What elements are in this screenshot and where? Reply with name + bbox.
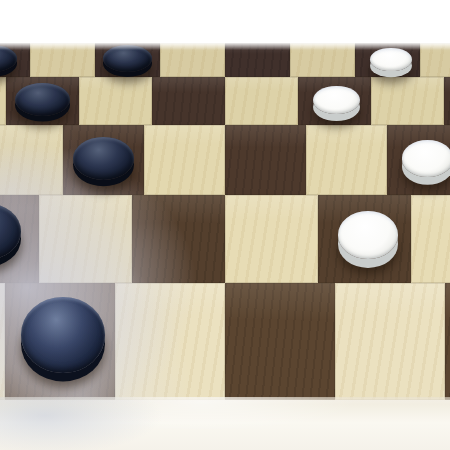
square-r1c7-dark[interactable] [444, 77, 450, 125]
square-r4c2-dark[interactable] [5, 283, 115, 400]
square-r2c3-light[interactable] [144, 125, 225, 195]
square-r2c6-dark[interactable] [387, 125, 450, 195]
square-r2c1-light[interactable] [0, 125, 63, 195]
board-row-0 [0, 43, 450, 77]
square-r1c4-light[interactable] [225, 77, 298, 125]
white-piece-r2c6[interactable] [402, 140, 450, 176]
checkers-board [0, 0, 450, 450]
black-piece-r2c2[interactable] [73, 137, 135, 180]
square-r4c3-light[interactable] [115, 283, 225, 400]
white-piece-r3c5[interactable] [338, 211, 398, 259]
square-r3c6-light[interactable] [411, 195, 450, 283]
square-r0c4-dark[interactable] [225, 43, 290, 77]
black-piece-r0c2[interactable] [103, 45, 152, 72]
board-row-3 [0, 195, 450, 283]
square-r1c5-dark[interactable] [298, 77, 371, 125]
square-r0c0-dark[interactable] [0, 43, 30, 77]
white-piece-r1c5[interactable] [313, 86, 360, 114]
board-row-4 [0, 283, 450, 400]
square-r3c4-light[interactable] [225, 195, 318, 283]
black-piece-r0c0[interactable] [0, 45, 17, 72]
white-piece-r0c6[interactable] [370, 48, 412, 71]
board-photo [0, 0, 450, 450]
square-r1c1-dark[interactable] [6, 77, 79, 125]
square-r2c4-dark[interactable] [225, 125, 306, 195]
square-r1c6-light[interactable] [371, 77, 444, 125]
board-row-1 [0, 77, 450, 125]
black-piece-r4c2[interactable] [21, 297, 105, 372]
black-piece-r3c1[interactable] [0, 203, 21, 260]
square-r2c5-light[interactable] [306, 125, 387, 195]
black-piece-r1c1[interactable] [15, 83, 70, 116]
square-r3c5-dark[interactable] [318, 195, 411, 283]
square-r1c2-light[interactable] [79, 77, 152, 125]
square-r4c4-dark[interactable] [225, 283, 335, 400]
square-r0c5-light[interactable] [290, 43, 355, 77]
square-r4c6-dark[interactable] [445, 283, 450, 400]
square-r3c1-dark[interactable] [0, 195, 39, 283]
square-r0c2-dark[interactable] [95, 43, 160, 77]
square-r0c6-dark[interactable] [355, 43, 420, 77]
square-r1c3-dark[interactable] [152, 77, 225, 125]
square-r4c5-light[interactable] [335, 283, 445, 400]
square-r0c7-light[interactable] [420, 43, 450, 77]
square-r3c2-light[interactable] [39, 195, 132, 283]
square-r0c3-light[interactable] [160, 43, 225, 77]
board-row-2 [0, 125, 450, 195]
square-r0c1-light[interactable] [30, 43, 95, 77]
square-r2c2-dark[interactable] [63, 125, 144, 195]
square-r3c3-dark[interactable] [132, 195, 225, 283]
